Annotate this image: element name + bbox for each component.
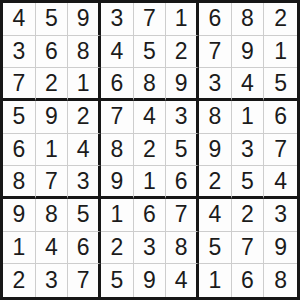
cell-r9c2[interactable]: 3 (36, 264, 69, 297)
cell-r5c6[interactable]: 5 (166, 134, 199, 167)
cell-r8c4[interactable]: 2 (101, 232, 134, 265)
cell-r9c4[interactable]: 5 (101, 264, 134, 297)
cell-r2c6[interactable]: 2 (166, 36, 199, 69)
cell-r8c5[interactable]: 3 (134, 232, 167, 265)
cell-r8c7[interactable]: 5 (199, 232, 232, 265)
cell-r6c4[interactable]: 9 (101, 166, 134, 199)
cell-r2c5[interactable]: 5 (134, 36, 167, 69)
cell-r5c9[interactable]: 7 (264, 134, 297, 167)
cell-r8c6[interactable]: 8 (166, 232, 199, 265)
cell-r6c7[interactable]: 2 (199, 166, 232, 199)
cell-r9c5[interactable]: 9 (134, 264, 167, 297)
cell-r5c4[interactable]: 8 (101, 134, 134, 167)
cell-r5c8[interactable]: 3 (232, 134, 265, 167)
cell-r4c1[interactable]: 5 (3, 101, 36, 134)
cell-r9c8[interactable]: 6 (232, 264, 265, 297)
cell-r3c6[interactable]: 9 (166, 68, 199, 101)
cell-r7c4[interactable]: 1 (101, 199, 134, 232)
cell-r2c7[interactable]: 7 (199, 36, 232, 69)
cell-r4c6[interactable]: 3 (166, 101, 199, 134)
cell-r4c4[interactable]: 7 (101, 101, 134, 134)
cell-r5c7[interactable]: 9 (199, 134, 232, 167)
cell-r1c9[interactable]: 2 (264, 3, 297, 36)
cell-r7c2[interactable]: 8 (36, 199, 69, 232)
cell-r3c3[interactable]: 1 (68, 68, 101, 101)
cell-r6c6[interactable]: 6 (166, 166, 199, 199)
cell-r3c2[interactable]: 2 (36, 68, 69, 101)
cell-r5c5[interactable]: 2 (134, 134, 167, 167)
cell-r8c8[interactable]: 7 (232, 232, 265, 265)
cell-r1c5[interactable]: 7 (134, 3, 167, 36)
cell-r6c3[interactable]: 3 (68, 166, 101, 199)
cell-r8c9[interactable]: 9 (264, 232, 297, 265)
cell-r7c9[interactable]: 3 (264, 199, 297, 232)
cell-r4c3[interactable]: 2 (68, 101, 101, 134)
cell-r1c2[interactable]: 5 (36, 3, 69, 36)
cell-r9c7[interactable]: 1 (199, 264, 232, 297)
cell-r2c1[interactable]: 3 (3, 36, 36, 69)
cell-r2c8[interactable]: 9 (232, 36, 265, 69)
cell-r1c3[interactable]: 9 (68, 3, 101, 36)
cell-r8c1[interactable]: 1 (3, 232, 36, 265)
cell-r4c5[interactable]: 4 (134, 101, 167, 134)
cell-r4c8[interactable]: 1 (232, 101, 265, 134)
sudoku-board: 4593716823684527917216893455927438166148… (0, 0, 300, 300)
cell-r9c9[interactable]: 8 (264, 264, 297, 297)
cell-r1c6[interactable]: 1 (166, 3, 199, 36)
cell-r4c9[interactable]: 6 (264, 101, 297, 134)
cell-r7c6[interactable]: 7 (166, 199, 199, 232)
cell-r2c3[interactable]: 8 (68, 36, 101, 69)
cell-r7c3[interactable]: 5 (68, 199, 101, 232)
cell-r4c2[interactable]: 9 (36, 101, 69, 134)
cell-r1c1[interactable]: 4 (3, 3, 36, 36)
cell-r2c9[interactable]: 1 (264, 36, 297, 69)
cell-r6c2[interactable]: 7 (36, 166, 69, 199)
cell-r9c1[interactable]: 2 (3, 264, 36, 297)
cell-r9c3[interactable]: 7 (68, 264, 101, 297)
cell-r7c8[interactable]: 2 (232, 199, 265, 232)
cell-r1c8[interactable]: 8 (232, 3, 265, 36)
cell-r5c1[interactable]: 6 (3, 134, 36, 167)
cell-r4c7[interactable]: 8 (199, 101, 232, 134)
cell-r6c5[interactable]: 1 (134, 166, 167, 199)
cell-r3c5[interactable]: 8 (134, 68, 167, 101)
cell-r3c4[interactable]: 6 (101, 68, 134, 101)
cell-r3c1[interactable]: 7 (3, 68, 36, 101)
cell-r7c7[interactable]: 4 (199, 199, 232, 232)
cell-r6c9[interactable]: 4 (264, 166, 297, 199)
cell-r3c8[interactable]: 4 (232, 68, 265, 101)
cell-r1c4[interactable]: 3 (101, 3, 134, 36)
cell-r2c2[interactable]: 6 (36, 36, 69, 69)
cell-r7c1[interactable]: 9 (3, 199, 36, 232)
cell-r3c7[interactable]: 3 (199, 68, 232, 101)
cell-r1c7[interactable]: 6 (199, 3, 232, 36)
cell-r5c2[interactable]: 1 (36, 134, 69, 167)
cell-r5c3[interactable]: 4 (68, 134, 101, 167)
cell-r8c2[interactable]: 4 (36, 232, 69, 265)
cell-r7c5[interactable]: 6 (134, 199, 167, 232)
cell-r3c9[interactable]: 5 (264, 68, 297, 101)
cell-r2c4[interactable]: 4 (101, 36, 134, 69)
cell-r9c6[interactable]: 4 (166, 264, 199, 297)
cell-r6c8[interactable]: 5 (232, 166, 265, 199)
cell-r8c3[interactable]: 6 (68, 232, 101, 265)
cell-r6c1[interactable]: 8 (3, 166, 36, 199)
